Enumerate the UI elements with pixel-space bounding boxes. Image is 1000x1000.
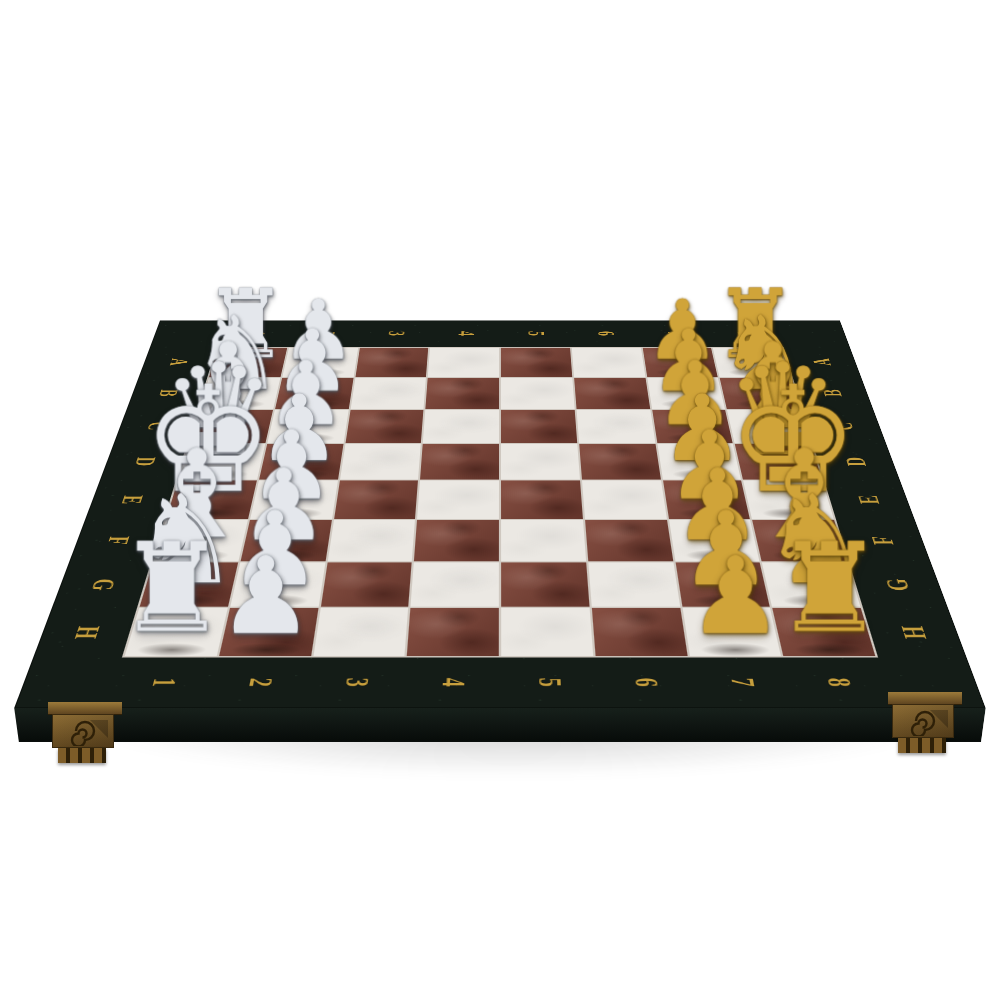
- rank-label-back-8: 8: [730, 331, 758, 336]
- square-g5[interactable]: [501, 562, 589, 607]
- rank-label-back-1: 1: [242, 331, 270, 336]
- square-c4[interactable]: [423, 410, 499, 443]
- square-f4[interactable]: [414, 520, 499, 561]
- square-a3[interactable]: [355, 348, 428, 377]
- board-front-edge: [14, 708, 986, 742]
- square-b5[interactable]: [501, 378, 575, 409]
- square-d4[interactable]: [420, 444, 499, 480]
- bronze-foot-left: [48, 702, 128, 770]
- rank-label-front-7: 7: [722, 678, 761, 687]
- square-e6[interactable]: [582, 480, 667, 518]
- square-d3[interactable]: [340, 444, 421, 480]
- piece-base-shadow: [654, 368, 710, 376]
- file-label-right-H: H: [894, 626, 934, 639]
- square-b4[interactable]: [426, 378, 500, 409]
- square-e4[interactable]: [417, 480, 499, 518]
- rank-label-back-5: 5: [521, 331, 548, 336]
- square-c5[interactable]: [501, 410, 577, 443]
- rank-label-front-6: 6: [626, 678, 664, 687]
- piece-silver-rook[interactable]: ♜: [116, 527, 226, 650]
- square-h4[interactable]: [407, 608, 499, 656]
- bronze-foot-right: [888, 692, 968, 760]
- rank-label-back-7: 7: [661, 331, 689, 336]
- file-label-left-H: H: [66, 626, 106, 639]
- square-g3[interactable]: [320, 562, 412, 607]
- rank-label-front-4: 4: [433, 678, 470, 687]
- square-a4[interactable]: [428, 348, 499, 377]
- square-a6[interactable]: [572, 348, 645, 377]
- ionic-volute-icon: [896, 706, 950, 736]
- rank-label-back-6: 6: [591, 331, 618, 336]
- rank-label-front-8: 8: [818, 678, 857, 687]
- square-f6[interactable]: [585, 520, 673, 561]
- square-e3[interactable]: [334, 480, 419, 518]
- square-h3[interactable]: [313, 608, 409, 656]
- rank-label-back-3: 3: [382, 331, 409, 336]
- foot-teeth: [58, 748, 106, 763]
- square-h5[interactable]: [501, 608, 593, 656]
- rank-label-front-2: 2: [240, 678, 279, 687]
- rank-label-front-1: 1: [143, 678, 182, 687]
- square-h6[interactable]: [592, 608, 688, 656]
- foot-teeth: [898, 738, 946, 753]
- square-b3[interactable]: [350, 378, 426, 409]
- square-f3[interactable]: [327, 520, 415, 561]
- foot-cap: [48, 702, 122, 714]
- foot-cap: [888, 692, 962, 704]
- piece-gold-rook[interactable]: ♜: [774, 527, 884, 650]
- square-e5[interactable]: [501, 480, 583, 518]
- rank-label-back-2: 2: [312, 331, 340, 336]
- square-a5[interactable]: [501, 348, 572, 377]
- chess-board: AA11BB22CC33DD44EE55FF66GG77HH88 ♜♞♝♛♚♝♞…: [14, 320, 986, 708]
- rank-label-front-3: 3: [336, 678, 374, 687]
- rank-label-back-4: 4: [452, 331, 479, 336]
- rank-label-front-5: 5: [530, 678, 567, 687]
- square-g6[interactable]: [588, 562, 680, 607]
- square-g4[interactable]: [411, 562, 499, 607]
- chess-set-photo: AA11BB22CC33DD44EE55FF66GG77HH88 ♜♞♝♛♚♝♞…: [0, 0, 1000, 1000]
- square-c3[interactable]: [345, 410, 424, 443]
- square-b6[interactable]: [574, 378, 650, 409]
- square-d6[interactable]: [579, 444, 660, 480]
- piece-silver-pawn[interactable]: ♟: [217, 543, 313, 650]
- ionic-volute-icon: [56, 716, 110, 746]
- square-c6[interactable]: [576, 410, 655, 443]
- square-d5[interactable]: [501, 444, 580, 480]
- piece-gold-pawn[interactable]: ♟: [687, 543, 783, 650]
- square-f5[interactable]: [501, 520, 586, 561]
